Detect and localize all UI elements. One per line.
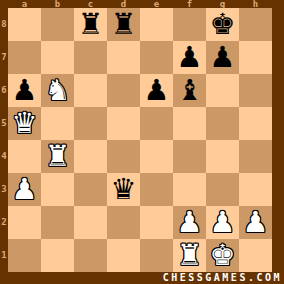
black-king-icon: ♚ [210,8,236,41]
white-pawn-icon: ♟ [12,173,38,206]
black-pawn-icon: ♟ [210,41,236,74]
square-e2[interactable] [140,206,173,239]
square-d6[interactable] [107,74,140,107]
square-g3[interactable] [206,173,239,206]
square-h4[interactable] [239,140,272,173]
board-frame: abcdefgh 87654321 ♜♜♚♟♟♟♞♟♝♛♜♟♛♟♟♟♜♚ CHE… [0,0,284,284]
square-a8[interactable] [8,8,41,41]
square-a6[interactable]: ♟ [8,74,41,107]
square-d4[interactable] [107,140,140,173]
black-bishop-icon: ♝ [177,74,203,107]
square-b3[interactable] [41,173,74,206]
rank-label-1: 1 [0,239,8,272]
square-b8[interactable] [41,8,74,41]
square-b6[interactable]: ♞ [41,74,74,107]
square-e1[interactable] [140,239,173,272]
square-e3[interactable] [140,173,173,206]
square-c1[interactable] [74,239,107,272]
square-f2[interactable]: ♟ [173,206,206,239]
white-pawn-icon: ♟ [177,206,203,239]
square-e4[interactable] [140,140,173,173]
square-f4[interactable] [173,140,206,173]
square-d5[interactable] [107,107,140,140]
square-c3[interactable] [74,173,107,206]
black-pawn-icon: ♟ [177,41,203,74]
square-a2[interactable] [8,206,41,239]
square-f5[interactable] [173,107,206,140]
site-watermark: CHESSGAMES.COM [163,273,282,283]
rank-label-8: 8 [0,8,8,41]
white-king-icon: ♚ [210,239,236,272]
square-f6[interactable]: ♝ [173,74,206,107]
rank-label-3: 3 [0,173,8,206]
square-g2[interactable]: ♟ [206,206,239,239]
square-d7[interactable] [107,41,140,74]
rank-label-5: 5 [0,107,8,140]
square-a1[interactable] [8,239,41,272]
square-e8[interactable] [140,8,173,41]
square-g1[interactable]: ♚ [206,239,239,272]
square-h2[interactable]: ♟ [239,206,272,239]
square-d8[interactable]: ♜ [107,8,140,41]
square-a5[interactable]: ♛ [8,107,41,140]
square-c8[interactable]: ♜ [74,8,107,41]
square-b2[interactable] [41,206,74,239]
square-b5[interactable] [41,107,74,140]
rank-labels: 87654321 [0,8,8,272]
rank-label-7: 7 [0,41,8,74]
square-f7[interactable]: ♟ [173,41,206,74]
square-d2[interactable] [107,206,140,239]
white-rook-icon: ♜ [177,239,203,272]
square-a3[interactable]: ♟ [8,173,41,206]
square-c6[interactable] [74,74,107,107]
black-pawn-icon: ♟ [144,74,170,107]
square-d1[interactable] [107,239,140,272]
square-h8[interactable] [239,8,272,41]
square-h7[interactable] [239,41,272,74]
square-c7[interactable] [74,41,107,74]
square-g8[interactable]: ♚ [206,8,239,41]
square-f8[interactable] [173,8,206,41]
square-g4[interactable] [206,140,239,173]
square-d3[interactable]: ♛ [107,173,140,206]
chess-board: ♜♜♚♟♟♟♞♟♝♛♜♟♛♟♟♟♜♚ [8,8,272,272]
black-rook-icon: ♜ [78,8,104,41]
black-rook-icon: ♜ [111,8,137,41]
square-h6[interactable] [239,74,272,107]
square-e7[interactable] [140,41,173,74]
square-e5[interactable] [140,107,173,140]
square-g7[interactable]: ♟ [206,41,239,74]
white-pawn-icon: ♟ [243,206,269,239]
square-g5[interactable] [206,107,239,140]
square-c2[interactable] [74,206,107,239]
square-h5[interactable] [239,107,272,140]
square-b1[interactable] [41,239,74,272]
white-pawn-icon: ♟ [210,206,236,239]
square-a4[interactable] [8,140,41,173]
black-pawn-icon: ♟ [12,74,38,107]
square-f3[interactable] [173,173,206,206]
square-h3[interactable] [239,173,272,206]
square-b4[interactable]: ♜ [41,140,74,173]
rank-label-6: 6 [0,74,8,107]
square-e6[interactable]: ♟ [140,74,173,107]
square-c4[interactable] [74,140,107,173]
square-c5[interactable] [74,107,107,140]
white-queen-icon: ♛ [12,107,38,140]
white-rook-icon: ♜ [45,140,71,173]
rank-label-4: 4 [0,140,8,173]
black-queen-icon: ♛ [111,173,137,206]
white-knight-icon: ♞ [45,74,71,107]
square-a7[interactable] [8,41,41,74]
square-f1[interactable]: ♜ [173,239,206,272]
rank-label-2: 2 [0,206,8,239]
square-b7[interactable] [41,41,74,74]
square-h1[interactable] [239,239,272,272]
square-g6[interactable] [206,74,239,107]
